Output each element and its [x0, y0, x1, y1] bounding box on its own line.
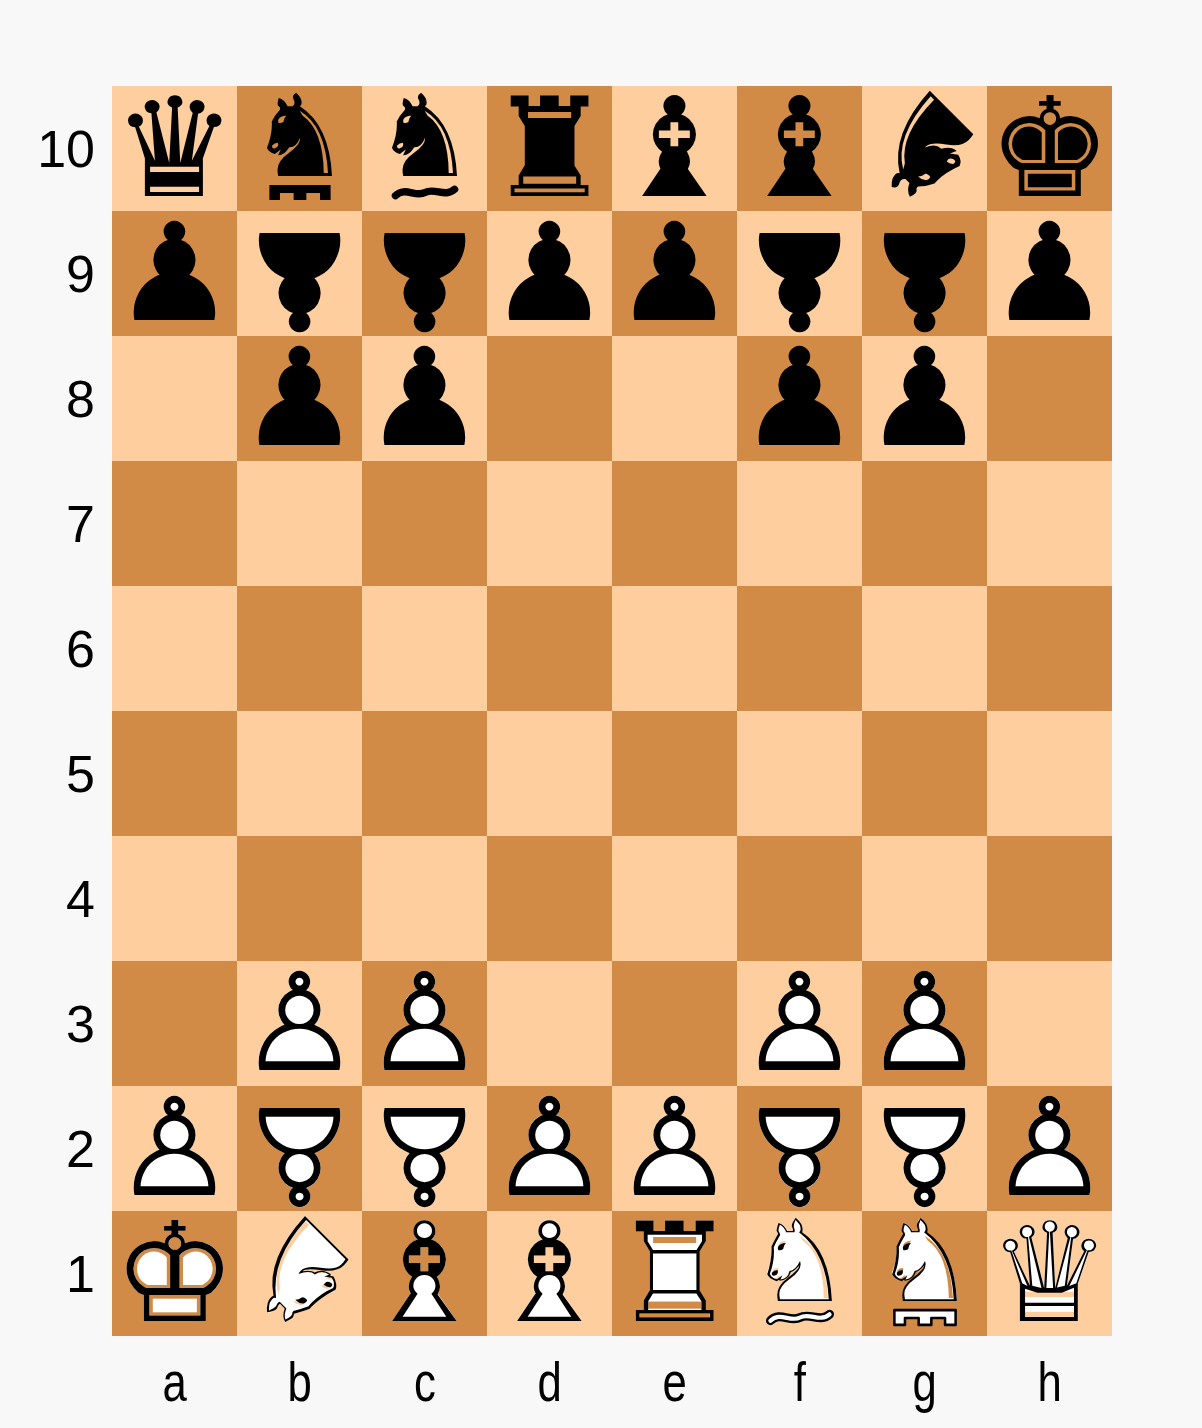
square-c10[interactable]: ♞	[362, 86, 487, 211]
square-g9[interactable]: ♟	[862, 211, 987, 336]
square-b8[interactable]: ♟	[237, 336, 362, 461]
black-sergeant[interactable]: ♟	[862, 211, 987, 336]
piece-solid: ♟	[862, 336, 987, 461]
square-a7[interactable]	[112, 461, 237, 586]
square-d10[interactable]: ♜	[487, 86, 612, 211]
piece-solid: ♟	[987, 211, 1112, 336]
piece-solid: ♜	[487, 86, 612, 211]
piece-outline: ♙	[237, 961, 362, 1086]
piece-glyph: ♝♗	[487, 1211, 612, 1336]
piece-solid: ♟	[237, 336, 362, 461]
chess-board: ♛♞♞♜♝♝♞♚♟♟♟♟♟♟♟♟♟♟♟♟♟♙♟♙♟♙♟♙♟♙♟♙♟♙♟♙♟♙♟♙…	[112, 86, 1112, 1336]
piece-glyph: ♟♙	[737, 961, 862, 1086]
piece-glyph: ♞	[362, 74, 487, 199]
square-e5[interactable]	[612, 711, 737, 836]
square-h6[interactable]	[987, 586, 1112, 711]
square-c6[interactable]	[362, 586, 487, 711]
square-a6[interactable]	[112, 586, 237, 711]
piece-glyph: ♟	[237, 336, 362, 461]
square-b4[interactable]	[237, 836, 362, 961]
square-c4[interactable]	[362, 836, 487, 961]
square-a5[interactable]	[112, 711, 237, 836]
black-sergeant[interactable]: ♟	[737, 211, 862, 336]
square-h1[interactable]: ♛♕	[987, 1211, 1112, 1336]
square-b7[interactable]	[237, 461, 362, 586]
square-g8[interactable]: ♟	[862, 336, 987, 461]
square-c9[interactable]: ♟	[362, 211, 487, 336]
rank-labels: 10987654321	[0, 86, 112, 1336]
piece-solid: ♞	[237, 74, 362, 199]
square-d7[interactable]	[487, 461, 612, 586]
square-b1[interactable]: ♞♘	[237, 1211, 362, 1336]
black-pawn[interactable]: ♟	[737, 336, 862, 461]
square-e1[interactable]: ♜♖	[612, 1211, 737, 1336]
black-queen[interactable]: ♛	[112, 86, 237, 211]
rank-label-6: 6	[0, 586, 112, 711]
rank-label-9: 9	[0, 211, 112, 336]
fox-wavy-base-icon	[391, 183, 459, 202]
square-b5[interactable]	[237, 711, 362, 836]
square-f2[interactable]: ♟♙	[737, 1086, 862, 1211]
piece-glyph: ♟	[737, 336, 862, 461]
rank-label-2: 2	[0, 1086, 112, 1211]
piece-glyph: ♚	[987, 86, 1112, 211]
white-bishop[interactable]: ♝♗	[487, 1211, 612, 1336]
piece-solid: ♝	[612, 86, 737, 211]
piece-solid: ♟	[112, 211, 237, 336]
piece-glyph: ♟	[612, 211, 737, 336]
white-sergeant[interactable]: ♟♙	[862, 1086, 987, 1211]
square-b6[interactable]	[237, 586, 362, 711]
square-d3[interactable]	[487, 961, 612, 1086]
square-e6[interactable]	[612, 586, 737, 711]
black-fox[interactable]: ♞	[362, 86, 487, 211]
black-pawn[interactable]: ♟	[862, 336, 987, 461]
square-d8[interactable]	[487, 336, 612, 461]
square-h4[interactable]	[987, 836, 1112, 961]
white-nightrider[interactable]: ♞♘	[237, 1211, 362, 1336]
piece-glyph: ♞♘	[862, 1199, 987, 1324]
square-c8[interactable]: ♟	[362, 336, 487, 461]
square-c3[interactable]: ♟♙	[362, 961, 487, 1086]
piece-solid: ♟	[737, 336, 862, 461]
piece-solid: ♟	[362, 336, 487, 461]
square-g7[interactable]	[862, 461, 987, 586]
piece-outline: ♘	[862, 1199, 987, 1324]
piece-outline: ♗	[487, 1211, 612, 1336]
piece-outline: ♖	[612, 1211, 737, 1336]
rank-label-4: 4	[0, 836, 112, 961]
black-wolf[interactable]: ♞	[237, 86, 362, 211]
wolf-rook-base-icon	[266, 183, 334, 202]
wolf-chess-diagram: 10987654321 ♛♞♞♜♝♝♞♚♟♟♟♟♟♟♟♟♟♟♟♟♟♙♟♙♟♙♟♙…	[0, 0, 1202, 1428]
square-a4[interactable]	[112, 836, 237, 961]
square-e9[interactable]: ♟	[612, 211, 737, 336]
square-h5[interactable]	[987, 711, 1112, 836]
square-g10[interactable]: ♞	[862, 86, 987, 211]
square-f6[interactable]	[737, 586, 862, 711]
piece-glyph: ♞	[237, 74, 362, 199]
square-e3[interactable]	[612, 961, 737, 1086]
black-sergeant[interactable]: ♟	[362, 211, 487, 336]
square-b10[interactable]: ♞	[237, 86, 362, 211]
square-g3[interactable]: ♟♙	[862, 961, 987, 1086]
square-a8[interactable]	[112, 336, 237, 461]
file-labels: abcdefgh	[112, 1336, 1112, 1428]
wolf-rook-base-icon	[891, 1308, 959, 1327]
square-d5[interactable]	[487, 711, 612, 836]
piece-glyph: ♟	[862, 336, 987, 461]
square-c5[interactable]	[362, 711, 487, 836]
piece-glyph: ♜	[487, 86, 612, 211]
square-f8[interactable]: ♟	[737, 336, 862, 461]
rank-label-3: 3	[0, 961, 112, 1086]
square-b3[interactable]: ♟♙	[237, 961, 362, 1086]
black-pawn[interactable]: ♟	[112, 211, 237, 336]
white-bishop[interactable]: ♝♗	[362, 1211, 487, 1336]
white-pawn[interactable]: ♟♙	[737, 961, 862, 1086]
black-pawn[interactable]: ♟	[612, 211, 737, 336]
square-f4[interactable]	[737, 836, 862, 961]
square-e8[interactable]	[612, 336, 737, 461]
square-h10[interactable]: ♚	[987, 86, 1112, 211]
rank-label-8: 8	[0, 336, 112, 461]
piece-glyph: ♝	[612, 86, 737, 211]
piece-glyph: ♜♖	[612, 1211, 737, 1336]
square-h3[interactable]	[987, 961, 1112, 1086]
square-e10[interactable]: ♝	[612, 86, 737, 211]
piece-glyph: ♟♙	[362, 961, 487, 1086]
piece-solid: ♞	[362, 74, 487, 199]
square-e4[interactable]	[612, 836, 737, 961]
square-c7[interactable]	[362, 461, 487, 586]
piece-glyph: ♟	[487, 211, 612, 336]
file-label-f: f	[737, 1336, 862, 1428]
square-g2[interactable]: ♟♙	[862, 1086, 987, 1211]
piece-outline: ♕	[987, 1211, 1112, 1336]
square-c1[interactable]: ♝♗	[362, 1211, 487, 1336]
black-pawn[interactable]: ♟	[987, 211, 1112, 336]
square-h7[interactable]	[987, 461, 1112, 586]
piece-solid: ♟	[612, 211, 737, 336]
square-b9[interactable]: ♟	[237, 211, 362, 336]
piece-glyph: ♟♙	[862, 961, 987, 1086]
square-a3[interactable]	[112, 961, 237, 1086]
white-pawn[interactable]: ♟♙	[362, 961, 487, 1086]
black-pawn[interactable]: ♟	[487, 211, 612, 336]
piece-glyph: ♟	[362, 336, 487, 461]
file-label-g: g	[862, 1336, 987, 1428]
square-d6[interactable]	[487, 586, 612, 711]
square-a10[interactable]: ♛	[112, 86, 237, 211]
square-f9[interactable]: ♟	[737, 211, 862, 336]
rank-label-10: 10	[0, 86, 112, 211]
piece-outline: ♙	[737, 961, 862, 1086]
piece-solid: ♚	[987, 86, 1112, 211]
white-fox[interactable]: ♞♘	[737, 1211, 862, 1336]
black-pawn[interactable]: ♟	[362, 336, 487, 461]
rank-label-1: 1	[0, 1211, 112, 1336]
piece-glyph: ♟	[112, 211, 237, 336]
piece-solid: ♛	[112, 86, 237, 211]
piece-glyph: ♟	[987, 211, 1112, 336]
piece-outline: ♘	[737, 1199, 862, 1324]
white-queen[interactable]: ♛♕	[987, 1211, 1112, 1336]
square-g4[interactable]	[862, 836, 987, 961]
square-f3[interactable]: ♟♙	[737, 961, 862, 1086]
black-pawn[interactable]: ♟	[237, 336, 362, 461]
square-f7[interactable]	[737, 461, 862, 586]
square-d1[interactable]: ♝♗	[487, 1211, 612, 1336]
piece-glyph: ♛	[112, 86, 237, 211]
white-pawn[interactable]: ♟♙	[862, 961, 987, 1086]
square-a9[interactable]: ♟	[112, 211, 237, 336]
square-g1[interactable]: ♞♘	[862, 1211, 987, 1336]
piece-glyph: ♝♗	[362, 1211, 487, 1336]
rank-label-7: 7	[0, 461, 112, 586]
file-label-b: b	[237, 1336, 362, 1428]
piece-glyph: ♛♕	[987, 1211, 1112, 1336]
square-f1[interactable]: ♞♘	[737, 1211, 862, 1336]
black-sergeant[interactable]: ♟	[237, 211, 362, 336]
piece-outline: ♗	[362, 1211, 487, 1336]
piece-glyph: ♞♘	[737, 1199, 862, 1324]
black-nightrider[interactable]: ♞	[862, 86, 987, 211]
square-d4[interactable]	[487, 836, 612, 961]
black-rook[interactable]: ♜	[487, 86, 612, 211]
piece-outline: ♙	[362, 961, 487, 1086]
black-bishop[interactable]: ♝	[612, 86, 737, 211]
piece-outline: ♙	[862, 961, 987, 1086]
square-e7[interactable]	[612, 461, 737, 586]
square-f5[interactable]	[737, 711, 862, 836]
white-rook[interactable]: ♜♖	[612, 1211, 737, 1336]
white-sergeant[interactable]: ♟♙	[737, 1086, 862, 1211]
fox-wavy-base-icon	[766, 1308, 834, 1327]
square-g6[interactable]	[862, 586, 987, 711]
piece-glyph: ♟♙	[237, 961, 362, 1086]
white-pawn[interactable]: ♟♙	[237, 961, 362, 1086]
black-king[interactable]: ♚	[987, 86, 1112, 211]
square-d9[interactable]: ♟	[487, 211, 612, 336]
piece-solid: ♟	[487, 211, 612, 336]
square-g5[interactable]	[862, 711, 987, 836]
rank-label-5: 5	[0, 711, 112, 836]
square-h9[interactable]: ♟	[987, 211, 1112, 336]
square-h8[interactable]	[987, 336, 1112, 461]
white-wolf[interactable]: ♞♘	[862, 1211, 987, 1336]
